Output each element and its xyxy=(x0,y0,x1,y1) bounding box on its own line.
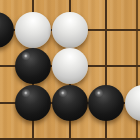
stone-white xyxy=(125,85,140,121)
stone-white xyxy=(52,12,88,48)
stone-black xyxy=(88,85,124,121)
stone-black xyxy=(15,48,51,84)
screenshot-stage xyxy=(0,0,140,140)
stone-black xyxy=(0,12,14,48)
stone-black xyxy=(15,85,51,121)
grid-line-horizontal xyxy=(0,138,140,140)
stone-black xyxy=(52,85,88,121)
stone-white xyxy=(15,12,51,48)
stone-white xyxy=(52,48,88,84)
go-board[interactable] xyxy=(0,0,140,140)
